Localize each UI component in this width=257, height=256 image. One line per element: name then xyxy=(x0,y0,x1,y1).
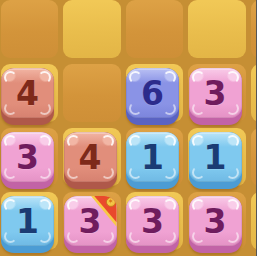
tile-value: 3 xyxy=(1,132,54,182)
tile-value: 4 xyxy=(64,132,117,182)
tile-value: 1 xyxy=(1,196,54,246)
tile-4[interactable]: 4 xyxy=(64,132,117,189)
tile-value: 1 xyxy=(189,132,242,182)
tile-value: 3 xyxy=(64,196,117,246)
tile-3[interactable]: 3 xyxy=(1,132,54,189)
board-cell xyxy=(126,0,184,58)
tile-1[interactable]: 1 xyxy=(126,132,179,189)
board-cell xyxy=(188,0,246,58)
tile-1[interactable]: 1 xyxy=(1,196,54,253)
board-cell xyxy=(1,0,59,58)
board-cell xyxy=(251,0,257,58)
tile-1[interactable]: 1 xyxy=(189,132,242,189)
tile-6[interactable]: 6 xyxy=(126,68,179,125)
tile-value: 1 xyxy=(126,132,179,182)
tile-value: 4 xyxy=(1,68,54,118)
tile-3[interactable]: 3 xyxy=(189,68,242,125)
tile-value: 6 xyxy=(126,68,179,118)
game-board: 46334111✶333 xyxy=(0,0,256,256)
board-cell xyxy=(251,64,257,122)
tile-3[interactable]: 3 xyxy=(126,196,179,253)
tile-value: 3 xyxy=(126,196,179,246)
tile-3[interactable]: ✶3 xyxy=(64,196,117,253)
tile-4[interactable]: 4 xyxy=(1,68,54,125)
board-cell xyxy=(251,128,257,186)
board-cell xyxy=(63,64,121,122)
board-cell xyxy=(63,0,121,58)
tile-value: 3 xyxy=(189,68,242,118)
tile-3[interactable]: 3 xyxy=(189,196,242,253)
board-cell xyxy=(251,192,257,250)
board-grid: 46334111✶333 xyxy=(0,0,256,256)
tile-value: 3 xyxy=(189,196,242,246)
